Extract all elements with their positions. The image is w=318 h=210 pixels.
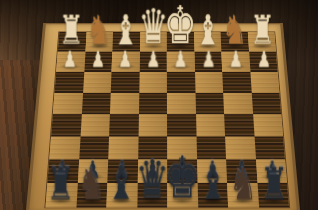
square-r7c7: ♟	[226, 159, 257, 183]
piece-dark-pawn: ♟	[264, 158, 279, 182]
square-r5c4	[138, 114, 167, 136]
square-r8c4: ♛	[137, 183, 167, 207]
square-r6c7	[225, 137, 255, 160]
square-r2c4: ♟	[139, 52, 167, 72]
piece-light-pawn: ♟	[146, 49, 160, 71]
square-r1c4: ♛	[140, 32, 167, 52]
square-r6c5	[167, 137, 197, 160]
square-r2c3: ♟	[112, 52, 140, 72]
square-r5c3	[109, 114, 138, 136]
square-r5c6	[196, 114, 226, 136]
square-r4c8	[251, 93, 281, 115]
piece-light-pawn: ♟	[174, 49, 188, 71]
square-r1c2: ♞	[85, 32, 113, 52]
square-r1c5: ♚	[167, 32, 194, 52]
square-r2c8: ♟	[249, 52, 278, 72]
square-r4c6	[195, 93, 224, 115]
square-r4c2	[81, 93, 110, 115]
piece-light-pawn: ♟	[91, 49, 105, 71]
square-r8c3: ♝	[106, 183, 137, 207]
square-r1c3: ♝	[112, 32, 140, 52]
piece-light-pawn: ♟	[63, 49, 77, 71]
square-r3c3	[111, 72, 139, 93]
square-r6c4	[138, 137, 167, 160]
square-r2c6: ♟	[194, 52, 222, 72]
piece-dark-pawn: ♟	[234, 158, 249, 182]
square-r1c1: ♜	[58, 32, 86, 52]
piece-light-pawn: ♟	[257, 49, 271, 71]
square-r8c2: ♞	[76, 183, 107, 207]
piece-light-pawn: ♟	[229, 49, 243, 71]
square-r8c8: ♜	[257, 183, 289, 207]
square-r1c8: ♜	[247, 32, 276, 52]
square-r3c8	[250, 72, 279, 93]
square-r7c6: ♟	[197, 159, 227, 183]
square-r4c7	[223, 93, 252, 115]
square-r7c4: ♟	[137, 159, 167, 183]
square-r2c2: ♟	[84, 52, 112, 72]
piece-dark-pawn: ♟	[115, 158, 130, 182]
square-r7c8: ♟	[256, 159, 287, 183]
square-r4c1	[53, 93, 83, 115]
square-r3c6	[195, 72, 224, 93]
square-r5c1	[51, 114, 81, 136]
square-r3c4	[139, 72, 167, 93]
square-r4c3	[110, 93, 139, 115]
square-r2c7: ♟	[221, 52, 250, 72]
square-r5c5	[167, 114, 196, 136]
square-r5c7	[224, 114, 254, 136]
square-r2c5: ♟	[167, 52, 195, 72]
square-r6c1	[49, 137, 80, 160]
square-r3c7	[222, 72, 251, 93]
square-r3c2	[83, 72, 112, 93]
piece-dark-pawn: ♟	[85, 158, 100, 182]
square-r7c5: ♟	[167, 159, 197, 183]
square-r8c7: ♞	[227, 183, 259, 207]
square-r8c5: ♚	[167, 183, 198, 207]
square-r5c2	[80, 114, 110, 136]
square-r6c8	[254, 137, 285, 160]
square-r6c2	[79, 137, 109, 160]
square-r1c7: ♞	[221, 32, 249, 52]
photo-stage: ♜♞♝♛♚♝♞♜♟♟♟♟♟♟♟♟♟♟♟♟♟♟♟♟♜♞♝♛♚♝♞♜	[0, 0, 318, 210]
square-r3c1	[55, 72, 84, 93]
piece-light-pawn: ♟	[118, 49, 132, 71]
square-r7c1: ♟	[47, 159, 78, 183]
board-frame: ♜♞♝♛♚♝♞♜♟♟♟♟♟♟♟♟♟♟♟♟♟♟♟♟♜♞♝♛♚♝♞♜	[26, 23, 301, 210]
piece-dark-pawn: ♟	[55, 158, 70, 182]
square-r2c1: ♟	[56, 52, 85, 72]
square-r5c8	[253, 114, 283, 136]
piece-dark-pawn: ♟	[204, 158, 219, 182]
square-r8c1: ♜	[45, 183, 77, 207]
square-r7c3: ♟	[107, 159, 137, 183]
piece-dark-pawn: ♟	[175, 158, 190, 182]
square-r4c5	[167, 93, 196, 115]
square-r7c2: ♟	[77, 159, 108, 183]
chess-board: ♜♞♝♛♚♝♞♜♟♟♟♟♟♟♟♟♟♟♟♟♟♟♟♟♜♞♝♛♚♝♞♜	[26, 23, 301, 210]
board-grid: ♜♞♝♛♚♝♞♜♟♟♟♟♟♟♟♟♟♟♟♟♟♟♟♟♜♞♝♛♚♝♞♜	[44, 31, 290, 208]
square-r8c6: ♝	[197, 183, 228, 207]
square-r1c6: ♝	[194, 32, 222, 52]
piece-dark-pawn: ♟	[145, 158, 160, 182]
square-r6c6	[196, 137, 226, 160]
piece-light-pawn: ♟	[201, 49, 215, 71]
square-r3c5	[167, 72, 195, 93]
square-r6c3	[108, 137, 138, 160]
square-r4c4	[138, 93, 167, 115]
